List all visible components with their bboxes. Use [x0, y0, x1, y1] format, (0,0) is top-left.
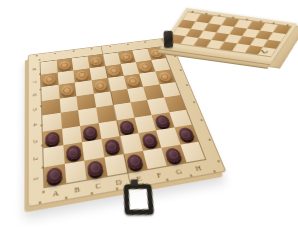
nail-dot	[65, 196, 68, 199]
clasp-latch	[124, 184, 154, 215]
nail-dot	[218, 15, 221, 17]
nail-dot	[91, 48, 93, 49]
nail-dot	[189, 174, 192, 177]
square-a1	[44, 163, 66, 186]
nail-dot	[208, 138, 211, 140]
nail-dot	[38, 59, 40, 61]
light-checker-b8	[58, 60, 71, 70]
dark-checker-b2	[65, 145, 81, 161]
light-checker-e7	[107, 65, 121, 76]
square-b1	[64, 160, 86, 183]
nail-dot	[127, 44, 129, 45]
nail-dot	[165, 179, 168, 182]
nail-dot	[213, 170, 216, 173]
dark-checker-e1	[126, 153, 144, 170]
nail-dot	[193, 101, 196, 103]
nail-dot	[232, 17, 235, 19]
nail-dot	[272, 22, 275, 24]
dark-checker-a1	[46, 166, 63, 184]
nail-dot	[245, 18, 248, 20]
dark-checker-f2	[141, 133, 159, 148]
dark-checker-d2	[103, 139, 120, 155]
nail-dot	[144, 41, 146, 42]
light-checker-d8	[89, 56, 102, 66]
nail-dot	[191, 11, 194, 13]
light-checker-g7	[138, 61, 153, 72]
light-checker-f6	[126, 75, 141, 86]
nail-dot	[186, 85, 188, 87]
dark-checker-h2	[177, 127, 195, 142]
nail-dot	[200, 119, 203, 121]
nail-dot	[39, 201, 42, 204]
nail-dot	[217, 160, 220, 163]
light-checker-c7	[75, 70, 89, 81]
nail-dot	[116, 187, 119, 190]
nail-dot	[54, 53, 56, 54]
box-clasp-latch	[164, 31, 174, 48]
light-checker-b6	[60, 84, 74, 96]
nail-dot	[36, 55, 38, 56]
dark-checker-c1	[87, 159, 104, 176]
product-photo: 12345678 ABCDEFGH	[0, 0, 298, 240]
light-checker-d6	[93, 80, 107, 92]
light-checker-a7	[43, 74, 56, 85]
dark-checker-g3	[154, 114, 171, 128]
nail-dot	[109, 46, 111, 47]
dark-checker-c3	[82, 125, 98, 140]
nail-dot	[73, 50, 75, 51]
nail-dot	[91, 192, 94, 195]
nail-dot	[259, 20, 262, 22]
dark-checker-e3	[119, 119, 136, 133]
light-checker-f8	[120, 52, 134, 62]
dark-checker-g1	[164, 147, 183, 163]
dark-checker-a3	[45, 131, 60, 146]
nail-dot	[204, 13, 207, 15]
